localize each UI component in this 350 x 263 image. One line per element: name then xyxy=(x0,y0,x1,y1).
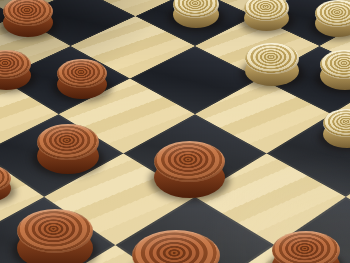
piece-top-grooves xyxy=(132,230,220,263)
checker-piece-cream[interactable] xyxy=(173,0,219,34)
checkers-photo xyxy=(0,0,350,263)
checker-piece-brown[interactable] xyxy=(154,141,225,204)
piece-top-grooves xyxy=(272,231,340,263)
piece-top-grooves xyxy=(315,0,350,27)
piece-top-grooves xyxy=(37,124,99,160)
piece-top-grooves xyxy=(3,0,53,26)
checker-piece-brown[interactable] xyxy=(132,230,220,263)
piece-top-grooves xyxy=(57,59,107,88)
piece-top-grooves xyxy=(245,43,299,74)
checker-piece-cream[interactable] xyxy=(245,43,299,92)
piece-top-grooves xyxy=(154,141,225,182)
checker-piece-cream[interactable] xyxy=(315,0,350,43)
checker-piece-brown[interactable] xyxy=(0,165,11,208)
checker-piece-cream[interactable] xyxy=(323,109,350,154)
checker-piece-brown[interactable] xyxy=(37,124,99,180)
checker-piece-cream[interactable] xyxy=(244,0,289,37)
checker-piece-cream[interactable] xyxy=(320,50,350,96)
checker-piece-brown[interactable] xyxy=(3,0,53,43)
checker-piece-brown[interactable] xyxy=(17,209,93,263)
checker-piece-brown[interactable] xyxy=(0,50,31,96)
checker-piece-brown[interactable] xyxy=(272,231,340,263)
checker-piece-brown[interactable] xyxy=(57,59,107,105)
piece-top-grooves xyxy=(17,209,93,253)
